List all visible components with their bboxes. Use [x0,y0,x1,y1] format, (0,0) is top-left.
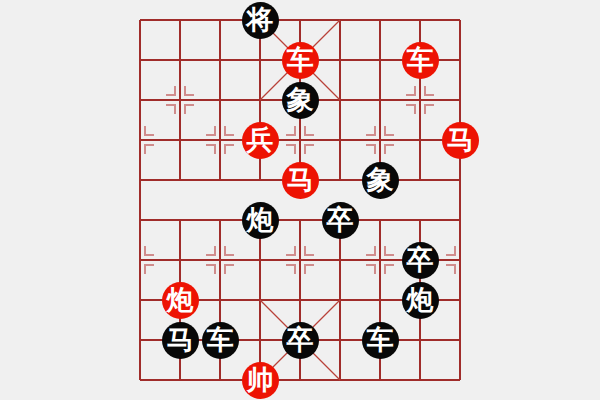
piece-black-horse[interactable]: 马 [162,322,199,359]
piece-black-soldier[interactable]: 卒 [282,322,319,359]
piece-black-soldier[interactable]: 卒 [402,242,439,279]
xiangqi-app: 将车车象兵马马象炮卒卒炮炮马车卒车帅 [0,0,600,400]
piece-black-cannon[interactable]: 炮 [242,202,279,239]
piece-black-soldier[interactable]: 卒 [322,202,359,239]
piece-black-elephant[interactable]: 象 [282,82,319,119]
piece-red-horse[interactable]: 马 [282,162,319,199]
piece-red-horse[interactable]: 马 [442,122,479,159]
piece-red-chariot[interactable]: 车 [402,42,439,79]
piece-red-chariot[interactable]: 车 [282,42,319,79]
piece-black-elephant[interactable]: 象 [362,162,399,199]
piece-black-general[interactable]: 将 [242,2,279,39]
piece-black-chariot[interactable]: 车 [202,322,239,359]
piece-red-general[interactable]: 帅 [242,362,279,399]
piece-black-chariot[interactable]: 车 [362,322,399,359]
xiangqi-board: 将车车象兵马马象炮卒卒炮炮马车卒车帅 [120,0,480,400]
piece-black-cannon[interactable]: 炮 [402,282,439,319]
piece-red-soldier[interactable]: 兵 [242,122,279,159]
piece-red-cannon[interactable]: 炮 [162,282,199,319]
